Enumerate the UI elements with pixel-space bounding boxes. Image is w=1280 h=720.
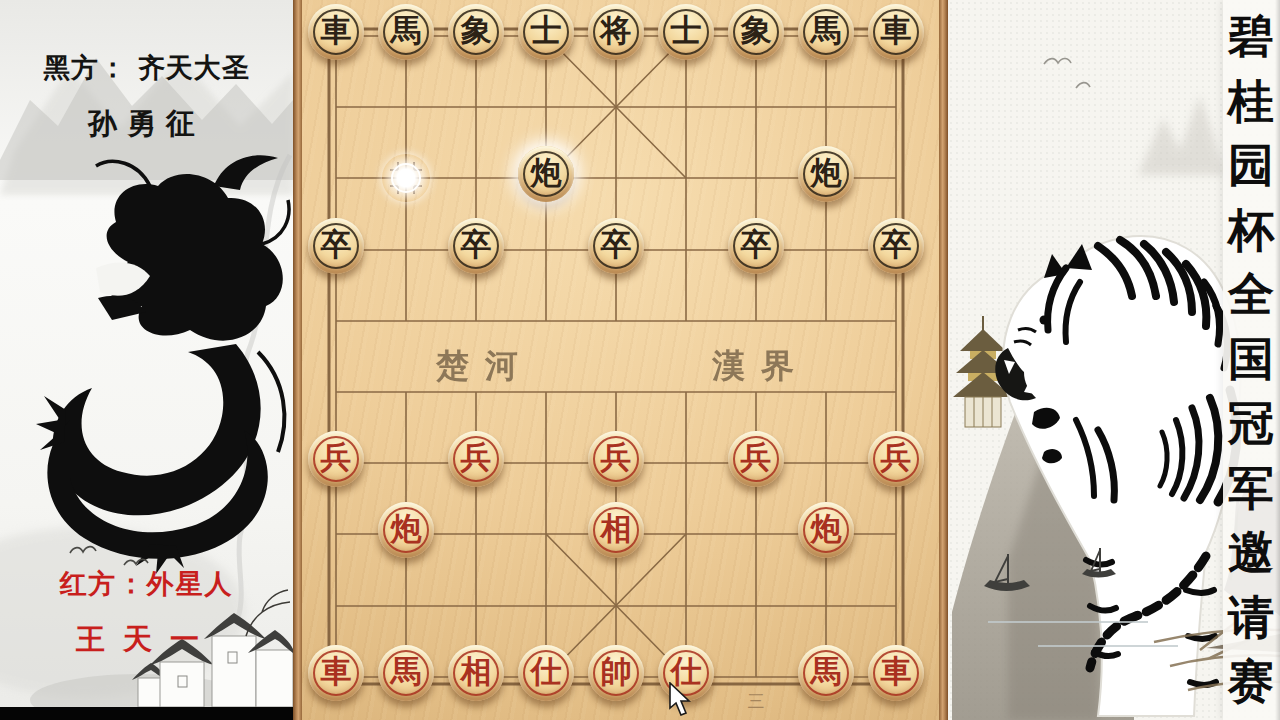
piece-相[interactable]: 相 [448,645,504,701]
piece-glyph: 象 [461,15,492,46]
piece-glyph: 炮 [811,157,842,188]
piece-glyph: 馬 [391,15,422,46]
piece-車[interactable]: 車 [308,4,364,60]
piece-兵[interactable]: 兵 [728,431,784,487]
dragon-icon [36,155,289,574]
river-label-right: 漢界 [712,344,810,389]
piece-glyph: 象 [741,15,772,46]
red-side-label: 红方：外星人 [0,566,293,602]
event-title-char: 军 [1224,456,1278,521]
piece-glyph: 士 [531,15,562,46]
piece-帥[interactable]: 帥 [588,645,644,701]
piece-glyph: 仕 [531,656,562,687]
piece-glyph: 将 [601,15,632,46]
mouse-cursor [668,682,694,716]
piece-象[interactable]: 象 [448,4,504,60]
piece-兵[interactable]: 兵 [588,431,644,487]
piece-glyph: 兵 [601,442,632,473]
board-grid-lines [293,0,948,720]
piece-馬[interactable]: 馬 [798,4,854,60]
piece-glyph: 兵 [741,442,772,473]
piece-glyph: 車 [881,15,912,46]
piece-glyph: 卒 [461,229,492,260]
piece-glyph: 帥 [601,656,632,687]
event-title-char: 邀 [1224,520,1278,585]
event-title-char: 杯 [1224,198,1278,263]
black-side-label: 黑方： 齐天大圣 [0,50,293,86]
piece-glyph: 兵 [881,442,912,473]
move-origin-marker [382,154,430,202]
piece-車[interactable]: 車 [868,645,924,701]
piece-glyph: 卒 [321,229,352,260]
piece-馬[interactable]: 馬 [378,4,434,60]
piece-glyph: 士 [671,15,702,46]
piece-車[interactable]: 車 [308,645,364,701]
event-title-char: 冠 [1224,391,1278,456]
piece-士[interactable]: 士 [518,4,574,60]
black-player-name: 孙勇征 [0,104,293,144]
piece-士[interactable]: 士 [658,4,714,60]
piece-炮[interactable]: 炮 [378,502,434,558]
right-side-panel: 碧桂园杯全国冠军邀请赛 [948,0,1280,720]
left-side-panel: 黑方： 齐天大圣 孙勇征 红方：外星人 王天一 [0,0,293,720]
birds-icon [1044,59,1090,89]
piece-象[interactable]: 象 [728,4,784,60]
piece-炮[interactable]: 炮 [798,502,854,558]
event-title-char: 桂 [1224,69,1278,134]
piece-車[interactable]: 車 [868,4,924,60]
event-title-char: 请 [1224,585,1278,650]
piece-兵[interactable]: 兵 [308,431,364,487]
bottom-black-bar [0,707,293,720]
piece-炮[interactable]: 炮 [518,146,574,202]
piece-glyph: 相 [601,513,632,544]
red-player-name: 王天一 [0,620,293,660]
piece-兵[interactable]: 兵 [868,431,924,487]
piece-glyph: 炮 [811,513,842,544]
piece-glyph: 兵 [321,442,352,473]
xiangqi-app-window: { "game": "xiangqi", "position": { "fen"… [0,0,1280,720]
piece-相[interactable]: 相 [588,502,644,558]
piece-glyph: 相 [461,656,492,687]
piece-glyph: 卒 [881,229,912,260]
piece-兵[interactable]: 兵 [448,431,504,487]
mountain-art [1138,95,1226,175]
piece-卒[interactable]: 卒 [868,218,924,274]
piece-glyph: 馬 [391,656,422,687]
event-title-char: 国 [1224,327,1278,392]
piece-glyph: 馬 [811,15,842,46]
piece-卒[interactable]: 卒 [728,218,784,274]
piece-glyph: 卒 [601,229,632,260]
piece-炮[interactable]: 炮 [798,146,854,202]
piece-glyph: 兵 [461,442,492,473]
event-title: 碧桂园杯全国冠军邀请赛 [1224,4,1278,714]
piece-卒[interactable]: 卒 [448,218,504,274]
piece-glyph: 炮 [391,513,422,544]
event-title-char: 碧 [1224,4,1278,69]
event-title-char: 赛 [1224,649,1278,714]
piece-glyph: 車 [321,15,352,46]
piece-卒[interactable]: 卒 [308,218,364,274]
edge-shade [1275,0,1280,720]
piece-glyph: 車 [321,656,352,687]
piece-glyph: 馬 [811,656,842,687]
piece-仕[interactable]: 仕 [518,645,574,701]
piece-glyph: 炮 [531,157,562,188]
piece-馬[interactable]: 馬 [378,645,434,701]
piece-将[interactable]: 将 [588,4,644,60]
piece-馬[interactable]: 馬 [798,645,854,701]
piece-glyph: 車 [881,656,912,687]
event-title-char: 园 [1224,133,1278,198]
piece-卒[interactable]: 卒 [588,218,644,274]
file-number-label: 三 [748,690,765,713]
xiangqi-board[interactable]: 楚河 漢界 三 車馬象士将士象馬車炮炮卒卒卒卒卒兵兵兵兵兵炮相炮車馬相仕帥仕馬車 [293,0,948,720]
river-label-left: 楚河 [436,344,534,389]
piece-glyph: 卒 [741,229,772,260]
event-title-char: 全 [1224,262,1278,327]
